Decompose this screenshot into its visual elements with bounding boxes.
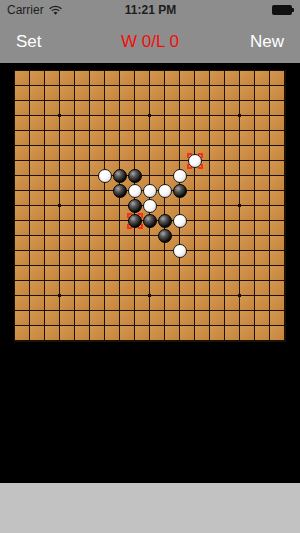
app-screen: Carrier 11:21 PM W 0/L 0 Set New xyxy=(0,0,300,533)
black-stone xyxy=(128,199,142,213)
white-stone xyxy=(98,169,112,183)
star-point xyxy=(238,114,241,117)
stone-layer xyxy=(15,71,285,341)
wifi-icon xyxy=(48,5,63,16)
star-point xyxy=(58,114,61,117)
white-stone xyxy=(173,169,187,183)
star-point xyxy=(148,294,151,297)
black-stone xyxy=(143,214,157,228)
white-stone xyxy=(128,184,142,198)
status-bar: Carrier 11:21 PM xyxy=(0,0,300,20)
black-stone xyxy=(113,184,127,198)
black-stone xyxy=(158,229,172,243)
white-stone xyxy=(143,184,157,198)
game-area xyxy=(0,63,300,483)
clock-label: 11:21 PM xyxy=(125,3,176,17)
star-point xyxy=(148,114,151,117)
white-stone xyxy=(143,199,157,213)
settings-button[interactable]: Set xyxy=(16,32,42,52)
new-game-button[interactable]: New xyxy=(250,32,284,52)
white-stone xyxy=(173,244,187,258)
star-point xyxy=(238,204,241,207)
gomoku-board xyxy=(14,70,286,342)
nav-bar: W 0/L 0 Set New xyxy=(0,20,300,63)
star-point xyxy=(58,294,61,297)
black-stone xyxy=(158,214,172,228)
star-point xyxy=(238,294,241,297)
white-stone xyxy=(188,154,202,168)
black-stone xyxy=(128,214,142,228)
carrier-label: Carrier xyxy=(7,3,44,17)
battery-icon xyxy=(272,5,294,15)
ad-banner-placeholder xyxy=(0,483,300,533)
white-stone xyxy=(158,184,172,198)
white-stone xyxy=(173,214,187,228)
star-point xyxy=(58,204,61,207)
black-stone xyxy=(173,184,187,198)
black-stone xyxy=(128,169,142,183)
black-stone xyxy=(113,169,127,183)
